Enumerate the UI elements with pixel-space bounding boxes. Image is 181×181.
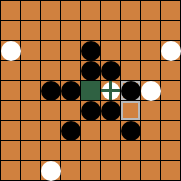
board-cell[interactable] — [161, 81, 180, 100]
board-cell[interactable] — [161, 141, 180, 160]
board-cell[interactable]: ● — [101, 61, 120, 80]
board-cell[interactable] — [1, 101, 20, 120]
attacker-stone[interactable]: ● — [41, 81, 61, 101]
board-cell[interactable] — [161, 121, 180, 140]
board-cell[interactable]: ● — [41, 161, 60, 180]
board-cell[interactable]: ● — [81, 61, 100, 80]
attacker-stone[interactable]: ● — [61, 121, 81, 141]
board-cell[interactable] — [41, 41, 60, 60]
board: ●●●●●●●●●●●●●●● — [0, 0, 181, 181]
board-cell[interactable] — [21, 81, 40, 100]
board-cell[interactable] — [101, 1, 120, 20]
board-cell[interactable]: ● — [1, 41, 20, 60]
defender-stone[interactable]: ● — [1, 41, 21, 61]
attacker-stone[interactable]: ● — [81, 61, 101, 81]
board-cell[interactable] — [1, 141, 20, 160]
board-cell[interactable] — [141, 161, 160, 180]
board-cell[interactable] — [21, 101, 40, 120]
attacker-stone[interactable]: ● — [101, 61, 121, 81]
board-cell[interactable] — [121, 101, 140, 120]
board-cell[interactable] — [141, 41, 160, 60]
board-cell[interactable] — [21, 141, 40, 160]
board-cell[interactable] — [101, 161, 120, 180]
board-cell[interactable] — [161, 1, 180, 20]
attacker-stone[interactable]: ● — [81, 101, 101, 121]
throne-square[interactable] — [81, 81, 100, 100]
board-cell[interactable] — [1, 121, 20, 140]
board-cell[interactable] — [61, 21, 80, 40]
board-cell[interactable] — [121, 141, 140, 160]
board-cell[interactable] — [121, 41, 140, 60]
board-cell[interactable]: ● — [61, 121, 80, 140]
board-cell[interactable] — [161, 101, 180, 120]
board-cell[interactable]: ● — [61, 81, 80, 100]
board-cell[interactable] — [41, 1, 60, 20]
board-cell[interactable] — [1, 161, 20, 180]
board-cell[interactable]: ● — [101, 101, 120, 120]
board-cell[interactable] — [1, 61, 20, 80]
board-cell[interactable] — [81, 161, 100, 180]
board-cell[interactable] — [121, 61, 140, 80]
board-cell[interactable] — [21, 1, 40, 20]
board-cell[interactable] — [81, 121, 100, 140]
board-cell[interactable] — [41, 21, 60, 40]
board-cell[interactable] — [21, 21, 40, 40]
defender-stone[interactable]: ● — [41, 161, 61, 181]
board-cell[interactable]: ● — [81, 41, 100, 60]
board-cell[interactable] — [141, 121, 160, 140]
board-cell[interactable]: ● — [141, 81, 160, 100]
board-cell[interactable] — [1, 81, 20, 100]
board-cell[interactable] — [101, 121, 120, 140]
king-cross-icon — [101, 89, 120, 92]
board-cell[interactable] — [141, 61, 160, 80]
defender-stone[interactable]: ● — [161, 41, 181, 61]
board-cell[interactable] — [41, 121, 60, 140]
board-cell[interactable] — [21, 121, 40, 140]
board-cell[interactable]: ● — [101, 81, 120, 100]
board-cell[interactable] — [141, 21, 160, 40]
board-cell[interactable] — [101, 141, 120, 160]
attacker-stone[interactable]: ● — [61, 81, 81, 101]
board-cell[interactable] — [41, 61, 60, 80]
board-cell[interactable] — [61, 61, 80, 80]
board-cell[interactable] — [1, 1, 20, 20]
board-cell[interactable] — [1, 21, 20, 40]
board-cell[interactable] — [161, 161, 180, 180]
board-cell[interactable] — [141, 141, 160, 160]
board-cell[interactable] — [81, 1, 100, 20]
board-cell[interactable]: ● — [41, 81, 60, 100]
board-cell[interactable] — [61, 1, 80, 20]
board-cell[interactable] — [61, 101, 80, 120]
board-cell[interactable] — [21, 41, 40, 60]
board-cell[interactable]: ● — [121, 121, 140, 140]
board-cell[interactable] — [161, 61, 180, 80]
board-cell[interactable]: ● — [121, 81, 140, 100]
board-cell[interactable] — [121, 21, 140, 40]
attacker-stone[interactable]: ● — [101, 101, 121, 121]
board-cell[interactable] — [141, 101, 160, 120]
board-cell[interactable]: ● — [161, 41, 180, 60]
board-cell[interactable] — [121, 1, 140, 20]
board-cell[interactable] — [81, 141, 100, 160]
attacker-stone[interactable]: ● — [121, 81, 141, 101]
defender-stone[interactable]: ● — [141, 81, 161, 101]
attacker-stone[interactable]: ● — [81, 41, 101, 61]
board-cell[interactable] — [101, 21, 120, 40]
board-cell[interactable] — [121, 161, 140, 180]
board-cell[interactable] — [101, 41, 120, 60]
board-cell[interactable] — [81, 21, 100, 40]
board-cell[interactable] — [21, 161, 40, 180]
board-cell[interactable] — [161, 21, 180, 40]
board-cell[interactable] — [41, 141, 60, 160]
board-cell[interactable] — [21, 61, 40, 80]
attacker-stone[interactable]: ● — [121, 121, 141, 141]
board-cell[interactable] — [141, 1, 160, 20]
board-cell[interactable] — [41, 101, 60, 120]
board-cell[interactable]: ● — [81, 101, 100, 120]
board-cell[interactable] — [61, 161, 80, 180]
board-cell[interactable] — [61, 141, 80, 160]
board-cell[interactable] — [61, 41, 80, 60]
